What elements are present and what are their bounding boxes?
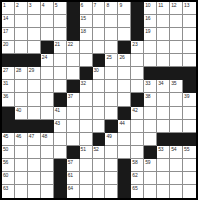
cell-r11c11[interactable]: [131, 133, 144, 146]
cell-r6c10[interactable]: [118, 67, 131, 80]
cell-r13c3[interactable]: [28, 159, 41, 172]
cell-r12c2[interactable]: [15, 146, 28, 159]
black-cell-r12c6: [67, 146, 80, 159]
clue-number-61: 61: [68, 172, 73, 178]
cell-r3c13[interactable]: [157, 28, 170, 41]
clue-number-22: 22: [68, 41, 73, 47]
black-cell-r3c6: [67, 28, 80, 41]
cell-r13c14[interactable]: [170, 159, 183, 172]
cell-r2c7[interactable]: 15: [80, 15, 93, 28]
cell-r3c5[interactable]: [54, 28, 67, 41]
clue-number-4: 4: [42, 2, 45, 8]
cell-r11c6[interactable]: [67, 133, 80, 146]
black-cell-r6c12: [144, 67, 157, 80]
cell-r2c13[interactable]: [157, 15, 170, 28]
cell-r10c14[interactable]: [170, 120, 183, 133]
clue-number-34: 34: [158, 80, 163, 86]
cell-r13c7[interactable]: [80, 159, 93, 172]
cell-r8c14[interactable]: [170, 93, 183, 106]
cell-r7c7[interactable]: 32: [80, 80, 93, 93]
clue-number-37: 37: [68, 93, 73, 99]
black-cell-r10c4: [41, 120, 54, 133]
black-cell-r9c10: [118, 107, 131, 120]
clue-number-2: 2: [16, 2, 19, 8]
cell-r10c7[interactable]: [80, 120, 93, 133]
clue-number-58: 58: [132, 159, 137, 165]
cell-r12c3[interactable]: [28, 146, 41, 159]
clue-number-10: 10: [145, 2, 150, 8]
cell-r8c8[interactable]: [93, 93, 106, 106]
cell-r13c4[interactable]: [41, 159, 54, 172]
cell-r10c5[interactable]: 43: [54, 120, 67, 133]
cell-r3c12[interactable]: 19: [144, 28, 157, 41]
cell-r2c3[interactable]: [28, 15, 41, 28]
cell-r1c13[interactable]: 11: [157, 2, 170, 15]
clue-number-55: 55: [184, 146, 189, 152]
cell-r8c2[interactable]: [15, 93, 28, 106]
cell-r5c7[interactable]: [80, 54, 93, 67]
cell-r12c9[interactable]: [105, 146, 118, 159]
cell-r7c2[interactable]: [15, 80, 28, 93]
black-cell-r11c14: [170, 133, 183, 146]
clue-number-57: 57: [68, 159, 73, 165]
cell-r3c7[interactable]: 18: [80, 28, 93, 41]
cell-r11c4[interactable]: 48: [41, 133, 54, 146]
clue-number-49: 49: [106, 133, 111, 139]
cell-r12c8[interactable]: 52: [93, 146, 106, 159]
cell-r11c9[interactable]: 49: [105, 133, 118, 146]
black-cell-r9c1: [2, 107, 15, 120]
clue-number-19: 19: [145, 28, 150, 34]
cell-r9c4[interactable]: [41, 107, 54, 120]
cell-r8c10[interactable]: [118, 93, 131, 106]
cell-r12c11[interactable]: [131, 146, 144, 159]
cell-r8c13[interactable]: [157, 93, 170, 106]
cell-r1c5[interactable]: 5: [54, 2, 67, 15]
black-cell-r5c1: [2, 54, 15, 67]
cell-r5c5[interactable]: [54, 54, 67, 67]
clue-number-40: 40: [16, 107, 21, 113]
clue-number-25: 25: [106, 54, 111, 60]
cell-r6c11[interactable]: [131, 67, 144, 80]
cell-r9c8[interactable]: [93, 107, 106, 120]
clue-number-14: 14: [3, 15, 8, 21]
clue-number-59: 59: [145, 159, 150, 165]
clue-number-38: 38: [145, 93, 150, 99]
cell-r14c11[interactable]: 62: [131, 172, 144, 185]
cell-r13c6[interactable]: 57: [67, 159, 80, 172]
clue-number-26: 26: [119, 54, 124, 60]
clue-number-27: 27: [3, 67, 8, 73]
clue-number-12: 12: [171, 2, 176, 8]
cell-r4c12[interactable]: [144, 41, 157, 54]
clue-number-53: 53: [158, 146, 163, 152]
cell-r9c11[interactable]: 42: [131, 107, 144, 120]
cell-r8c4[interactable]: [41, 93, 54, 106]
clue-number-24: 24: [42, 54, 47, 60]
cell-r3c1[interactable]: 17: [2, 28, 15, 41]
cell-r4c14[interactable]: [170, 41, 183, 54]
cell-r8c6[interactable]: 37: [67, 93, 80, 106]
clue-number-35: 35: [171, 80, 176, 86]
cell-r9c3[interactable]: [28, 107, 41, 120]
cell-r7c8[interactable]: [93, 80, 106, 93]
cell-r12c10[interactable]: [118, 146, 131, 159]
clue-number-21: 21: [55, 41, 60, 47]
cell-r9c2[interactable]: 40: [15, 107, 28, 120]
cell-r11c7[interactable]: [80, 133, 93, 146]
black-cell-r15c10: [118, 185, 131, 198]
clue-number-3: 3: [29, 2, 32, 8]
cell-r15c2[interactable]: [15, 185, 28, 198]
black-cell-r11c13: [157, 133, 170, 146]
black-cell-r7c15: [183, 80, 196, 93]
cell-r4c15[interactable]: [183, 41, 196, 54]
cell-r12c5[interactable]: [54, 146, 67, 159]
cell-r12c14[interactable]: 54: [170, 146, 183, 159]
cell-r2c10[interactable]: [118, 15, 131, 28]
cell-r14c15[interactable]: [183, 172, 196, 185]
cell-r1c9[interactable]: 8: [105, 2, 118, 15]
cell-r11c1[interactable]: 45: [2, 133, 15, 146]
clue-number-44: 44: [119, 120, 124, 126]
cell-r14c8[interactable]: [93, 172, 106, 185]
cell-r14c9[interactable]: [105, 172, 118, 185]
cell-r7c4[interactable]: [41, 80, 54, 93]
clue-number-16: 16: [145, 15, 150, 21]
cell-r10c12[interactable]: [144, 120, 157, 133]
cell-r1c7[interactable]: 6: [80, 2, 93, 15]
cell-r3c8[interactable]: [93, 28, 106, 41]
black-cell-r11c8: [93, 133, 106, 146]
cell-r7c14[interactable]: 35: [170, 80, 183, 93]
black-cell-r4c10: [118, 41, 131, 54]
cell-r1c2[interactable]: 2: [15, 2, 28, 15]
clue-number-15: 15: [81, 15, 86, 21]
clue-number-32: 32: [81, 80, 86, 86]
cell-r7c12[interactable]: 33: [144, 80, 157, 93]
cell-r1c14[interactable]: 12: [170, 2, 183, 15]
cell-r6c4[interactable]: [41, 67, 54, 80]
black-cell-r12c12: [144, 146, 157, 159]
cell-r1c3[interactable]: 3: [28, 2, 41, 15]
cell-r5c12[interactable]: [144, 54, 157, 67]
cell-r5c15[interactable]: [183, 54, 196, 67]
cell-r2c2[interactable]: [15, 15, 28, 28]
cell-r13c1[interactable]: 56: [2, 159, 15, 172]
cell-r13c9[interactable]: [105, 159, 118, 172]
clue-number-51: 51: [81, 146, 86, 152]
cell-r7c10[interactable]: [118, 80, 131, 93]
cell-r4c7[interactable]: [80, 41, 93, 54]
clue-number-65: 65: [132, 185, 137, 191]
clue-number-29: 29: [29, 67, 34, 73]
cell-r15c11[interactable]: 65: [131, 185, 144, 198]
cell-r10c15[interactable]: [183, 120, 196, 133]
cell-r6c8[interactable]: 30: [93, 67, 106, 80]
cell-r2c8[interactable]: [93, 15, 106, 28]
black-cell-r6c7: [80, 67, 93, 80]
cell-r14c6[interactable]: 61: [67, 172, 80, 185]
cell-r5c14[interactable]: [170, 54, 183, 67]
cell-r8c3[interactable]: [28, 93, 41, 106]
cell-r15c12[interactable]: [144, 185, 157, 198]
cell-r1c4[interactable]: 4: [41, 2, 54, 15]
cell-r11c5[interactable]: [54, 133, 67, 146]
clue-number-18: 18: [81, 28, 86, 34]
cell-r9c12[interactable]: [144, 107, 157, 120]
cell-r14c12[interactable]: [144, 172, 157, 185]
black-cell-r13c10: [118, 159, 131, 172]
cell-r10c10[interactable]: 44: [118, 120, 131, 133]
cell-r11c12[interactable]: [144, 133, 157, 146]
cell-r13c12[interactable]: 59: [144, 159, 157, 172]
clue-number-62: 62: [132, 172, 137, 178]
black-cell-r7c6: [67, 80, 80, 93]
black-cell-r8c5: [54, 93, 67, 106]
cell-r4c9[interactable]: [105, 41, 118, 54]
cell-r15c7[interactable]: [80, 185, 93, 198]
clue-number-28: 28: [16, 67, 21, 73]
cell-r7c5[interactable]: [54, 80, 67, 93]
cell-r6c3[interactable]: 29: [28, 67, 41, 80]
cell-r14c14[interactable]: [170, 172, 183, 185]
cell-r9c7[interactable]: [80, 107, 93, 120]
cell-r15c14[interactable]: [170, 185, 183, 198]
cell-r3c3[interactable]: [28, 28, 41, 41]
cell-r3c9[interactable]: [105, 28, 118, 41]
clue-number-39: 39: [184, 93, 189, 99]
cell-r7c9[interactable]: [105, 80, 118, 93]
cell-r13c8[interactable]: [93, 159, 106, 172]
cell-r8c7[interactable]: [80, 93, 93, 106]
black-cell-r10c9: [105, 120, 118, 133]
cell-r4c5[interactable]: 21: [54, 41, 67, 54]
cell-r4c13[interactable]: [157, 41, 170, 54]
clue-number-36: 36: [3, 93, 8, 99]
black-cell-r10c3: [28, 120, 41, 133]
clue-number-48: 48: [42, 133, 47, 139]
cell-r4c11[interactable]: 23: [131, 41, 144, 54]
black-cell-r14c10: [118, 172, 131, 185]
cell-r2c1[interactable]: 14: [2, 15, 15, 28]
cell-r9c13[interactable]: [157, 107, 170, 120]
cell-r7c11[interactable]: [131, 80, 144, 93]
cell-r2c14[interactable]: [170, 15, 183, 28]
cell-r13c2[interactable]: [15, 159, 28, 172]
cell-r9c15[interactable]: [183, 107, 196, 120]
cell-r15c4[interactable]: [41, 185, 54, 198]
cell-r13c11[interactable]: 58: [131, 159, 144, 172]
cell-r9c5[interactable]: 41: [54, 107, 67, 120]
cell-r15c8[interactable]: [93, 185, 106, 198]
black-cell-r3c11: [131, 28, 144, 41]
black-cell-r5c3: [28, 54, 41, 67]
cell-r10c8[interactable]: [93, 120, 106, 133]
black-cell-r14c5: [54, 172, 67, 185]
cell-r15c13[interactable]: [157, 185, 170, 198]
clue-number-13: 13: [184, 2, 189, 8]
cell-r6c6[interactable]: [67, 67, 80, 80]
cell-r4c1[interactable]: 20: [2, 41, 15, 54]
cell-r13c15[interactable]: [183, 159, 196, 172]
cell-r4c3[interactable]: [28, 41, 41, 54]
clue-number-52: 52: [94, 146, 99, 152]
clue-number-23: 23: [132, 41, 137, 47]
clue-number-56: 56: [3, 159, 8, 165]
cell-r7c1[interactable]: 31: [2, 80, 15, 93]
clue-number-60: 60: [3, 172, 8, 178]
cell-r14c1[interactable]: 60: [2, 172, 15, 185]
cell-r7c13[interactable]: 34: [157, 80, 170, 93]
clue-number-8: 8: [106, 2, 109, 8]
cell-r1c15[interactable]: 13: [183, 2, 196, 15]
clue-number-41: 41: [55, 107, 60, 113]
cell-r5c13[interactable]: [157, 54, 170, 67]
clue-number-43: 43: [55, 120, 60, 126]
black-cell-r11c15: [183, 133, 196, 146]
clue-number-33: 33: [145, 80, 150, 86]
cell-r12c4[interactable]: [41, 146, 54, 159]
clue-number-42: 42: [132, 107, 137, 113]
cell-r6c2[interactable]: 28: [15, 67, 28, 80]
cell-r3c2[interactable]: [15, 28, 28, 41]
crossword-puzzle: 1234567891011121314151617181920212223242…: [0, 0, 198, 200]
black-cell-r5c8: [93, 54, 106, 67]
cell-r4c6[interactable]: 22: [67, 41, 80, 54]
cell-r6c9[interactable]: [105, 67, 118, 80]
cell-r4c8[interactable]: [93, 41, 106, 54]
cell-r1c8[interactable]: 7: [93, 2, 106, 15]
cell-r10c6[interactable]: [67, 120, 80, 133]
clue-number-31: 31: [3, 80, 8, 86]
cell-r15c9[interactable]: [105, 185, 118, 198]
cell-r13c13[interactable]: [157, 159, 170, 172]
crossword-grid: 1234567891011121314151617181920212223242…: [0, 0, 198, 200]
cell-r15c1[interactable]: 63: [2, 185, 15, 198]
cell-r2c4[interactable]: [41, 15, 54, 28]
black-cell-r2c11: [131, 15, 144, 28]
cell-r3c15[interactable]: [183, 28, 196, 41]
cell-r5c6[interactable]: [67, 54, 80, 67]
clue-number-50: 50: [3, 146, 8, 152]
black-cell-r6c13: [157, 67, 170, 80]
cell-r3c10[interactable]: [118, 28, 131, 41]
clue-number-20: 20: [3, 41, 8, 47]
clue-number-64: 64: [68, 185, 73, 191]
cell-r2c12[interactable]: 16: [144, 15, 157, 28]
clue-number-54: 54: [171, 146, 176, 152]
clue-number-47: 47: [29, 133, 34, 139]
black-cell-r10c1: [2, 120, 15, 133]
black-cell-r4c4: [41, 41, 54, 54]
cell-r15c15[interactable]: [183, 185, 196, 198]
clue-number-5: 5: [55, 2, 58, 8]
clue-number-11: 11: [158, 2, 163, 8]
black-cell-r6c15: [183, 67, 196, 80]
cell-r14c3[interactable]: [28, 172, 41, 185]
cell-r6c5[interactable]: [54, 67, 67, 80]
cell-r15c6[interactable]: 64: [67, 185, 80, 198]
cell-r5c4[interactable]: 24: [41, 54, 54, 67]
cell-r12c13[interactable]: 53: [157, 146, 170, 159]
cell-r1c10[interactable]: 9: [118, 2, 131, 15]
cell-r8c15[interactable]: 39: [183, 93, 196, 106]
cell-r12c1[interactable]: 50: [2, 146, 15, 159]
clue-number-46: 46: [16, 133, 21, 139]
cell-r8c12[interactable]: 38: [144, 93, 157, 106]
clue-number-30: 30: [94, 67, 99, 73]
cell-r5c10[interactable]: 26: [118, 54, 131, 67]
black-cell-r2c6: [67, 15, 80, 28]
cell-r9c6[interactable]: [67, 107, 80, 120]
cell-r2c5[interactable]: [54, 15, 67, 28]
black-cell-r15c5: [54, 185, 67, 198]
cell-r2c9[interactable]: [105, 15, 118, 28]
cell-r7c3[interactable]: [28, 80, 41, 93]
cell-r9c9[interactable]: [105, 107, 118, 120]
cell-r4c2[interactable]: [15, 41, 28, 54]
black-cell-r1c11: [131, 2, 144, 15]
clue-number-1: 1: [3, 2, 6, 8]
black-cell-r5c2: [15, 54, 28, 67]
cell-r3c14[interactable]: [170, 28, 183, 41]
black-cell-r13c5: [54, 159, 67, 172]
clue-number-45: 45: [3, 133, 8, 139]
clue-number-63: 63: [3, 185, 8, 191]
cell-r11c2[interactable]: 46: [15, 133, 28, 146]
black-cell-r6c14: [170, 67, 183, 80]
cell-r3c4[interactable]: [41, 28, 54, 41]
cell-r5c11[interactable]: [131, 54, 144, 67]
cell-r14c7[interactable]: [80, 172, 93, 185]
black-cell-r10c2: [15, 120, 28, 133]
cell-r9c14[interactable]: [170, 107, 183, 120]
black-cell-r1c6: [67, 2, 80, 15]
cell-r8c1[interactable]: 36: [2, 93, 15, 106]
cell-r1c12[interactable]: 10: [144, 2, 157, 15]
cell-r2c15[interactable]: [183, 15, 196, 28]
cell-r14c13[interactable]: [157, 172, 170, 185]
cell-r6c1[interactable]: 27: [2, 67, 15, 80]
clue-number-6: 6: [81, 2, 84, 8]
cell-r12c7[interactable]: 51: [80, 146, 93, 159]
clue-number-9: 9: [119, 2, 122, 8]
clue-number-17: 17: [3, 28, 8, 34]
black-cell-r8c11: [131, 93, 144, 106]
clue-number-7: 7: [94, 2, 97, 8]
cell-r8c9[interactable]: [105, 93, 118, 106]
cell-r10c13[interactable]: [157, 120, 170, 133]
cell-r14c2[interactable]: [15, 172, 28, 185]
cell-r11c10[interactable]: [118, 133, 131, 146]
cell-r1c1[interactable]: 1: [2, 2, 15, 15]
cell-r12c15[interactable]: 55: [183, 146, 196, 159]
cell-r10c11[interactable]: [131, 120, 144, 133]
cell-r14c4[interactable]: [41, 172, 54, 185]
cell-r11c3[interactable]: 47: [28, 133, 41, 146]
cell-r15c3[interactable]: [28, 185, 41, 198]
cell-r5c9[interactable]: 25: [105, 54, 118, 67]
